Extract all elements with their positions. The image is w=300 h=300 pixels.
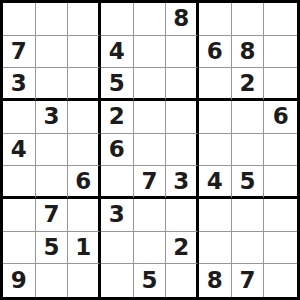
- cell-r9c8-given: 7: [232, 264, 265, 297]
- sudoku-board: 874683523264667345735129587: [0, 0, 300, 300]
- cell-r7c1-empty[interactable]: [3, 199, 36, 232]
- cell-r4c4-given: 2: [101, 101, 134, 134]
- cell-r9c4-empty[interactable]: [101, 264, 134, 297]
- cell-r7c2-given: 7: [36, 199, 69, 232]
- cell-r6c5-given: 7: [134, 166, 167, 199]
- cell-r2c5-empty[interactable]: [134, 36, 167, 69]
- cell-r1c2-empty[interactable]: [36, 3, 69, 36]
- cell-r5c1-given: 4: [3, 134, 36, 167]
- cell-r9c9-empty[interactable]: [264, 264, 297, 297]
- cell-r9c5-given: 5: [134, 264, 167, 297]
- cell-r4c9-given: 6: [264, 101, 297, 134]
- cell-r5c8-empty[interactable]: [232, 134, 265, 167]
- cell-r1c5-empty[interactable]: [134, 3, 167, 36]
- cell-r4c8-empty[interactable]: [232, 101, 265, 134]
- cell-r5c2-empty[interactable]: [36, 134, 69, 167]
- cell-r6c7-given: 4: [199, 166, 232, 199]
- cell-r8c1-empty[interactable]: [3, 232, 36, 265]
- cell-r5c5-empty[interactable]: [134, 134, 167, 167]
- cell-r6c3-given: 6: [68, 166, 101, 199]
- cell-r4c6-empty[interactable]: [166, 101, 199, 134]
- cell-r5c3-empty[interactable]: [68, 134, 101, 167]
- cell-r2c4-given: 4: [101, 36, 134, 69]
- cell-r7c5-empty[interactable]: [134, 199, 167, 232]
- cell-r2c8-given: 8: [232, 36, 265, 69]
- cell-r6c1-empty[interactable]: [3, 166, 36, 199]
- cell-r3c4-given: 5: [101, 68, 134, 101]
- cell-r5c4-given: 6: [101, 134, 134, 167]
- cell-r7c6-empty[interactable]: [166, 199, 199, 232]
- cell-r5c7-empty[interactable]: [199, 134, 232, 167]
- cell-r4c7-empty[interactable]: [199, 101, 232, 134]
- cell-r3c8-given: 2: [232, 68, 265, 101]
- cell-r8c8-empty[interactable]: [232, 232, 265, 265]
- cell-r8c4-empty[interactable]: [101, 232, 134, 265]
- cell-r8c9-empty[interactable]: [264, 232, 297, 265]
- cell-r4c2-given: 3: [36, 101, 69, 134]
- cell-r1c6-given: 8: [166, 3, 199, 36]
- cell-r8c5-empty[interactable]: [134, 232, 167, 265]
- cell-r4c5-empty[interactable]: [134, 101, 167, 134]
- cell-r5c9-empty[interactable]: [264, 134, 297, 167]
- cell-r6c6-given: 3: [166, 166, 199, 199]
- cell-r6c4-empty[interactable]: [101, 166, 134, 199]
- cell-r7c7-empty[interactable]: [199, 199, 232, 232]
- cell-r3c2-empty[interactable]: [36, 68, 69, 101]
- cell-r2c2-empty[interactable]: [36, 36, 69, 69]
- cell-r9c1-given: 9: [3, 264, 36, 297]
- cell-r4c3-empty[interactable]: [68, 101, 101, 134]
- cell-r9c6-empty[interactable]: [166, 264, 199, 297]
- cell-r3c7-empty[interactable]: [199, 68, 232, 101]
- cell-r7c8-empty[interactable]: [232, 199, 265, 232]
- cell-r2c3-empty[interactable]: [68, 36, 101, 69]
- cell-r6c2-empty[interactable]: [36, 166, 69, 199]
- cell-r1c1-empty[interactable]: [3, 3, 36, 36]
- cell-r8c2-given: 5: [36, 232, 69, 265]
- cell-r2c1-given: 7: [3, 36, 36, 69]
- cell-r6c9-empty[interactable]: [264, 166, 297, 199]
- cell-r5c6-empty[interactable]: [166, 134, 199, 167]
- cell-r7c4-given: 3: [101, 199, 134, 232]
- cell-r4c1-empty[interactable]: [3, 101, 36, 134]
- cell-r1c4-empty[interactable]: [101, 3, 134, 36]
- cell-r9c3-empty[interactable]: [68, 264, 101, 297]
- cell-r9c7-given: 8: [199, 264, 232, 297]
- cell-r3c6-empty[interactable]: [166, 68, 199, 101]
- cell-r1c8-empty[interactable]: [232, 3, 265, 36]
- cell-r8c3-given: 1: [68, 232, 101, 265]
- cell-r3c1-given: 3: [3, 68, 36, 101]
- cell-r3c9-empty[interactable]: [264, 68, 297, 101]
- cell-r2c9-empty[interactable]: [264, 36, 297, 69]
- cell-r2c6-empty[interactable]: [166, 36, 199, 69]
- cell-r1c9-empty[interactable]: [264, 3, 297, 36]
- cell-r6c8-given: 5: [232, 166, 265, 199]
- cell-r8c6-given: 2: [166, 232, 199, 265]
- cell-r2c7-given: 6: [199, 36, 232, 69]
- cell-r9c2-empty[interactable]: [36, 264, 69, 297]
- cell-r1c7-empty[interactable]: [199, 3, 232, 36]
- cell-r3c3-empty[interactable]: [68, 68, 101, 101]
- cell-r8c7-empty[interactable]: [199, 232, 232, 265]
- cell-r7c9-empty[interactable]: [264, 199, 297, 232]
- cell-r3c5-empty[interactable]: [134, 68, 167, 101]
- cell-r7c3-empty[interactable]: [68, 199, 101, 232]
- cell-r1c3-empty[interactable]: [68, 3, 101, 36]
